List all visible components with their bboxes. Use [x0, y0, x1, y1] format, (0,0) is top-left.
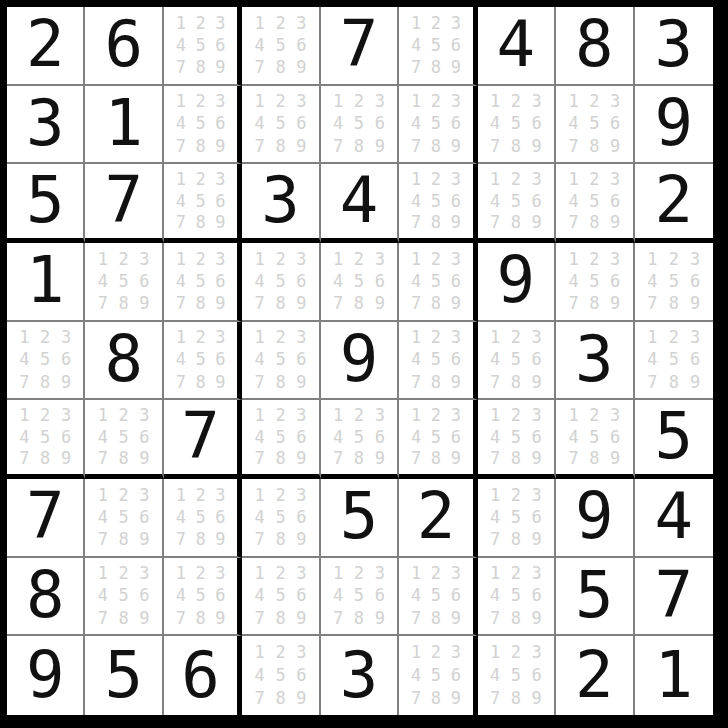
cell-r2c5[interactable]: 123456789	[321, 86, 399, 165]
pencil-mark-6: 6	[532, 509, 542, 526]
pencil-mark-3: 3	[296, 329, 306, 346]
pencil-mark-7: 7	[333, 610, 343, 627]
pencil-mark-8: 8	[431, 59, 441, 76]
pencil-mark-2: 2	[511, 93, 521, 110]
pencil-marks: 123456789	[556, 86, 632, 163]
pencil-mark-1: 1	[333, 251, 343, 268]
cell-r1c7[interactable]: 4	[478, 7, 556, 86]
pencil-mark-5: 5	[119, 587, 129, 604]
pencil-marks: 123456789	[164, 479, 237, 556]
pencil-mark-3: 3	[296, 15, 306, 32]
pencil-mark-2: 2	[431, 329, 441, 346]
pencil-mark-1: 1	[98, 407, 108, 424]
pencil-mark-1: 1	[333, 407, 343, 424]
cell-r9c3[interactable]: 6	[164, 636, 242, 715]
pencil-mark-4: 4	[176, 115, 186, 132]
pencil-mark-5: 5	[354, 429, 364, 446]
cell-r5c8[interactable]: 3	[556, 322, 634, 401]
cell-r2c4[interactable]: 123456789	[242, 86, 320, 165]
pencil-marks: 123456789	[321, 558, 397, 635]
pencil-mark-1: 1	[568, 407, 578, 424]
cell-r2c6[interactable]: 123456789	[399, 86, 477, 165]
pencil-marks: 123456789	[164, 7, 237, 84]
pencil-mark-1: 1	[490, 329, 500, 346]
pencil-marks: 123456789	[399, 86, 472, 163]
pencil-marks: 123456789	[478, 164, 554, 238]
pencil-mark-7: 7	[98, 295, 108, 312]
given-digit: 5	[655, 404, 694, 468]
pencil-mark-5: 5	[275, 37, 285, 54]
pencil-mark-9: 9	[215, 59, 225, 76]
given-digit: 8	[104, 327, 143, 391]
given-digit: 9	[340, 327, 379, 391]
pencil-mark-1: 1	[411, 15, 421, 32]
pencil-mark-5: 5	[195, 587, 205, 604]
pencil-mark-7: 7	[176, 531, 186, 548]
pencil-mark-8: 8	[275, 690, 285, 707]
pencil-mark-4: 4	[411, 351, 421, 368]
cell-r5c9[interactable]: 123456789	[635, 322, 713, 401]
pencil-mark-3: 3	[296, 93, 306, 110]
pencil-mark-1: 1	[255, 15, 265, 32]
pencil-mark-9: 9	[375, 138, 385, 155]
pencil-mark-7: 7	[98, 531, 108, 548]
cell-r3c6[interactable]: 123456789	[399, 164, 477, 243]
pencil-marks: 123456789	[635, 243, 713, 320]
pencil-mark-4: 4	[411, 37, 421, 54]
pencil-mark-4: 4	[490, 429, 500, 446]
pencil-mark-2: 2	[195, 565, 205, 582]
pencil-mark-7: 7	[176, 610, 186, 627]
cell-r4c1[interactable]: 1	[7, 243, 85, 322]
pencil-mark-4: 4	[19, 429, 29, 446]
pencil-mark-2: 2	[119, 565, 129, 582]
pencil-mark-7: 7	[490, 690, 500, 707]
pencil-mark-4: 4	[490, 667, 500, 684]
pencil-mark-8: 8	[431, 214, 441, 231]
given-digit: 3	[575, 327, 614, 391]
cell-r5c5[interactable]: 9	[321, 322, 399, 401]
pencil-mark-2: 2	[275, 15, 285, 32]
cell-r7c5[interactable]: 5	[321, 479, 399, 558]
pencil-mark-6: 6	[375, 115, 385, 132]
pencil-mark-6: 6	[61, 429, 71, 446]
cell-r4c5[interactable]: 123456789	[321, 243, 399, 322]
pencil-mark-2: 2	[195, 93, 205, 110]
pencil-mark-4: 4	[568, 115, 578, 132]
cell-r2c2[interactable]: 1	[85, 86, 163, 165]
cell-r1c4[interactable]: 123456789	[242, 7, 320, 86]
cell-r9c2[interactable]: 5	[85, 636, 163, 715]
pencil-mark-9: 9	[451, 610, 461, 627]
pencil-mark-6: 6	[215, 115, 225, 132]
pencil-mark-1: 1	[411, 407, 421, 424]
pencil-mark-8: 8	[589, 450, 599, 467]
pencil-mark-7: 7	[490, 214, 500, 231]
pencil-mark-1: 1	[411, 171, 421, 188]
pencil-mark-4: 4	[490, 193, 500, 210]
pencil-mark-4: 4	[333, 587, 343, 604]
cell-r4c6[interactable]: 123456789	[399, 243, 477, 322]
cell-r5c1[interactable]: 123456789	[7, 322, 85, 401]
cell-r8c9[interactable]: 7	[635, 558, 713, 637]
pencil-mark-7: 7	[255, 374, 265, 391]
cell-r7c3[interactable]: 123456789	[164, 479, 242, 558]
pencil-mark-6: 6	[451, 37, 461, 54]
pencil-mark-1: 1	[176, 15, 186, 32]
pencil-mark-3: 3	[451, 15, 461, 32]
pencil-marks: 123456789	[85, 479, 161, 556]
cell-r4c8[interactable]: 123456789	[556, 243, 634, 322]
pencil-mark-3: 3	[215, 251, 225, 268]
cell-r6c5[interactable]: 123456789	[321, 400, 399, 479]
pencil-mark-9: 9	[296, 531, 306, 548]
pencil-mark-5: 5	[431, 667, 441, 684]
cell-r8c7[interactable]: 123456789	[478, 558, 556, 637]
cell-r7c2[interactable]: 123456789	[85, 479, 163, 558]
cell-r9c7[interactable]: 123456789	[478, 636, 556, 715]
cell-r6c6[interactable]: 123456789	[399, 400, 477, 479]
pencil-mark-4: 4	[411, 667, 421, 684]
pencil-marks: 123456789	[242, 7, 318, 84]
pencil-mark-9: 9	[451, 59, 461, 76]
cell-r8c6[interactable]: 123456789	[399, 558, 477, 637]
pencil-mark-2: 2	[589, 171, 599, 188]
cell-r9c9[interactable]: 1	[635, 636, 713, 715]
pencil-mark-6: 6	[451, 587, 461, 604]
cell-r2c8[interactable]: 123456789	[556, 86, 634, 165]
pencil-mark-3: 3	[296, 565, 306, 582]
cell-r1c3[interactable]: 123456789	[164, 7, 242, 86]
given-digit: 3	[261, 168, 300, 232]
cell-r7c1[interactable]: 7	[7, 479, 85, 558]
pencil-marks: 123456789	[242, 479, 318, 556]
pencil-mark-7: 7	[411, 214, 421, 231]
pencil-mark-6: 6	[451, 193, 461, 210]
pencil-mark-2: 2	[119, 407, 129, 424]
pencil-mark-7: 7	[19, 374, 29, 391]
pencil-mark-8: 8	[431, 450, 441, 467]
pencil-marks: 123456789	[164, 243, 237, 320]
pencil-mark-6: 6	[139, 509, 149, 526]
cell-r3c3[interactable]: 123456789	[164, 164, 242, 243]
pencil-mark-1: 1	[176, 565, 186, 582]
pencil-marks: 123456789	[242, 243, 318, 320]
pencil-mark-2: 2	[354, 407, 364, 424]
pencil-mark-2: 2	[431, 171, 441, 188]
pencil-mark-6: 6	[690, 351, 700, 368]
pencil-marks: 123456789	[242, 400, 318, 474]
given-digit: 2	[575, 643, 614, 707]
cell-r1c1[interactable]: 2	[7, 7, 85, 86]
cell-r5c2[interactable]: 8	[85, 322, 163, 401]
pencil-mark-3: 3	[296, 487, 306, 504]
pencil-mark-7: 7	[568, 138, 578, 155]
pencil-mark-3: 3	[610, 251, 620, 268]
cell-r4c2[interactable]: 123456789	[85, 243, 163, 322]
pencil-marks: 123456789	[478, 558, 554, 635]
pencil-mark-7: 7	[411, 690, 421, 707]
pencil-mark-9: 9	[375, 610, 385, 627]
pencil-mark-8: 8	[195, 138, 205, 155]
pencil-mark-2: 2	[354, 565, 364, 582]
pencil-mark-3: 3	[375, 93, 385, 110]
cell-r9c8[interactable]: 2	[556, 636, 634, 715]
given-digit: 9	[655, 91, 694, 155]
cell-r2c3[interactable]: 123456789	[164, 86, 242, 165]
pencil-mark-8: 8	[354, 295, 364, 312]
pencil-mark-5: 5	[275, 429, 285, 446]
cell-r7c6[interactable]: 2	[399, 479, 477, 558]
cell-r8c1[interactable]: 8	[7, 558, 85, 637]
pencil-mark-8: 8	[431, 138, 441, 155]
pencil-mark-4: 4	[490, 351, 500, 368]
pencil-mark-5: 5	[589, 193, 599, 210]
cell-r1c6[interactable]: 123456789	[399, 7, 477, 86]
pencil-mark-8: 8	[275, 59, 285, 76]
cell-r8c3[interactable]: 123456789	[164, 558, 242, 637]
cell-r8c5[interactable]: 123456789	[321, 558, 399, 637]
pencil-mark-2: 2	[431, 565, 441, 582]
pencil-mark-4: 4	[98, 587, 108, 604]
pencil-mark-5: 5	[195, 115, 205, 132]
pencil-mark-1: 1	[98, 251, 108, 268]
cell-r1c2[interactable]: 6	[85, 7, 163, 86]
pencil-mark-2: 2	[275, 251, 285, 268]
pencil-mark-5: 5	[431, 351, 441, 368]
pencil-mark-4: 4	[333, 273, 343, 290]
cell-r9c1[interactable]: 9	[7, 636, 85, 715]
given-digit: 9	[497, 248, 536, 312]
pencil-mark-7: 7	[176, 138, 186, 155]
pencil-mark-1: 1	[98, 565, 108, 582]
pencil-mark-2: 2	[275, 93, 285, 110]
pencil-mark-4: 4	[255, 587, 265, 604]
pencil-mark-8: 8	[589, 138, 599, 155]
pencil-mark-1: 1	[411, 329, 421, 346]
pencil-mark-6: 6	[610, 429, 620, 446]
cell-r3c4[interactable]: 3	[242, 164, 320, 243]
pencil-mark-7: 7	[255, 450, 265, 467]
pencil-mark-1: 1	[255, 93, 265, 110]
pencil-mark-9: 9	[139, 531, 149, 548]
pencil-marks: 123456789	[556, 243, 632, 320]
cell-r2c9[interactable]: 9	[635, 86, 713, 165]
cell-r6c3[interactable]: 7	[164, 400, 242, 479]
pencil-mark-1: 1	[411, 565, 421, 582]
pencil-mark-2: 2	[195, 487, 205, 504]
pencil-mark-2: 2	[431, 93, 441, 110]
pencil-mark-9: 9	[451, 138, 461, 155]
cell-r4c7[interactable]: 9	[478, 243, 556, 322]
cell-r9c5[interactable]: 3	[321, 636, 399, 715]
cell-r1c8[interactable]: 8	[556, 7, 634, 86]
pencil-mark-9: 9	[532, 450, 542, 467]
pencil-mark-5: 5	[511, 193, 521, 210]
pencil-mark-6: 6	[532, 351, 542, 368]
pencil-mark-9: 9	[451, 690, 461, 707]
pencil-mark-1: 1	[647, 251, 657, 268]
given-digit: 8	[26, 563, 65, 627]
pencil-mark-6: 6	[375, 429, 385, 446]
pencil-mark-1: 1	[19, 407, 29, 424]
pencil-mark-6: 6	[690, 273, 700, 290]
pencil-mark-2: 2	[589, 407, 599, 424]
pencil-mark-5: 5	[669, 351, 679, 368]
pencil-mark-7: 7	[411, 295, 421, 312]
pencil-marks: 123456789	[7, 322, 83, 399]
pencil-mark-2: 2	[511, 565, 521, 582]
pencil-mark-3: 3	[451, 93, 461, 110]
pencil-mark-8: 8	[354, 450, 364, 467]
pencil-mark-7: 7	[568, 450, 578, 467]
pencil-mark-9: 9	[215, 374, 225, 391]
cell-r6c9[interactable]: 5	[635, 400, 713, 479]
pencil-mark-6: 6	[610, 115, 620, 132]
cell-r4c4[interactable]: 123456789	[242, 243, 320, 322]
cell-r7c7[interactable]: 123456789	[478, 479, 556, 558]
cell-r8c4[interactable]: 123456789	[242, 558, 320, 637]
pencil-mark-8: 8	[40, 374, 50, 391]
pencil-mark-4: 4	[490, 509, 500, 526]
pencil-mark-7: 7	[176, 295, 186, 312]
cell-r3c8[interactable]: 123456789	[556, 164, 634, 243]
pencil-mark-4: 4	[176, 193, 186, 210]
pencil-mark-5: 5	[195, 273, 205, 290]
pencil-mark-3: 3	[532, 565, 542, 582]
pencil-mark-6: 6	[215, 587, 225, 604]
pencil-mark-3: 3	[139, 565, 149, 582]
pencil-mark-7: 7	[255, 610, 265, 627]
pencil-mark-6: 6	[610, 193, 620, 210]
cell-r6c4[interactable]: 123456789	[242, 400, 320, 479]
pencil-mark-1: 1	[490, 407, 500, 424]
cell-r6c2[interactable]: 123456789	[85, 400, 163, 479]
pencil-mark-4: 4	[568, 429, 578, 446]
pencil-mark-2: 2	[431, 251, 441, 268]
pencil-mark-3: 3	[532, 171, 542, 188]
pencil-mark-3: 3	[61, 329, 71, 346]
pencil-marks: 123456789	[556, 164, 632, 238]
cell-r2c1[interactable]: 3	[7, 86, 85, 165]
pencil-mark-5: 5	[354, 115, 364, 132]
cell-r5c7[interactable]: 123456789	[478, 322, 556, 401]
cell-r7c9[interactable]: 4	[635, 479, 713, 558]
given-digit: 1	[655, 643, 694, 707]
cell-r8c8[interactable]: 5	[556, 558, 634, 637]
cell-r9c4[interactable]: 123456789	[242, 636, 320, 715]
pencil-mark-8: 8	[589, 295, 599, 312]
pencil-mark-1: 1	[176, 93, 186, 110]
pencil-mark-5: 5	[431, 115, 441, 132]
pencil-mark-9: 9	[296, 610, 306, 627]
pencil-mark-1: 1	[255, 329, 265, 346]
pencil-marks: 123456789	[164, 86, 237, 163]
pencil-mark-4: 4	[98, 509, 108, 526]
cell-r3c2[interactable]: 7	[85, 164, 163, 243]
cell-r7c8[interactable]: 9	[556, 479, 634, 558]
pencil-mark-9: 9	[215, 531, 225, 548]
pencil-marks: 123456789	[635, 322, 713, 399]
pencil-mark-1: 1	[98, 487, 108, 504]
cell-r6c1[interactable]: 123456789	[7, 400, 85, 479]
pencil-mark-4: 4	[647, 273, 657, 290]
pencil-mark-2: 2	[511, 407, 521, 424]
pencil-mark-8: 8	[275, 531, 285, 548]
pencil-mark-1: 1	[490, 644, 500, 661]
given-digit: 7	[26, 484, 65, 548]
pencil-mark-7: 7	[255, 138, 265, 155]
given-digit: 4	[655, 484, 694, 548]
pencil-mark-6: 6	[532, 667, 542, 684]
cell-r8c2[interactable]: 123456789	[85, 558, 163, 637]
pencil-mark-6: 6	[215, 273, 225, 290]
cell-r3c5[interactable]: 4	[321, 164, 399, 243]
pencil-mark-4: 4	[490, 587, 500, 604]
cell-r5c4[interactable]: 123456789	[242, 322, 320, 401]
cell-r6c7[interactable]: 123456789	[478, 400, 556, 479]
pencil-mark-4: 4	[411, 115, 421, 132]
cell-r3c7[interactable]: 123456789	[478, 164, 556, 243]
pencil-mark-1: 1	[490, 93, 500, 110]
pencil-mark-2: 2	[431, 644, 441, 661]
pencil-mark-5: 5	[40, 351, 50, 368]
pencil-mark-5: 5	[195, 193, 205, 210]
pencil-mark-7: 7	[568, 295, 578, 312]
cell-r7c4[interactable]: 123456789	[242, 479, 320, 558]
pencil-mark-8: 8	[195, 214, 205, 231]
pencil-mark-3: 3	[296, 644, 306, 661]
pencil-marks: 123456789	[242, 558, 318, 635]
pencil-mark-3: 3	[215, 171, 225, 188]
pencil-mark-5: 5	[431, 193, 441, 210]
cell-r4c3[interactable]: 123456789	[164, 243, 242, 322]
cell-r5c6[interactable]: 123456789	[399, 322, 477, 401]
pencil-mark-2: 2	[669, 329, 679, 346]
pencil-mark-5: 5	[275, 351, 285, 368]
pencil-mark-1: 1	[568, 171, 578, 188]
pencil-mark-7: 7	[411, 138, 421, 155]
cell-r5c3[interactable]: 123456789	[164, 322, 242, 401]
pencil-mark-8: 8	[669, 374, 679, 391]
cell-r2c7[interactable]: 123456789	[478, 86, 556, 165]
cell-r3c1[interactable]: 5	[7, 164, 85, 243]
cell-r6c8[interactable]: 123456789	[556, 400, 634, 479]
pencil-mark-7: 7	[411, 610, 421, 627]
given-digit: 7	[104, 168, 143, 232]
pencil-mark-7: 7	[411, 374, 421, 391]
pencil-mark-9: 9	[451, 374, 461, 391]
pencil-mark-1: 1	[411, 644, 421, 661]
pencil-mark-8: 8	[511, 690, 521, 707]
pencil-mark-8: 8	[40, 450, 50, 467]
given-digit: 6	[181, 643, 220, 707]
pencil-mark-5: 5	[511, 429, 521, 446]
cell-r4c9[interactable]: 123456789	[635, 243, 713, 322]
pencil-mark-2: 2	[669, 251, 679, 268]
pencil-mark-5: 5	[511, 667, 521, 684]
cell-r3c9[interactable]: 2	[635, 164, 713, 243]
cell-r1c5[interactable]: 7	[321, 7, 399, 86]
pencil-mark-2: 2	[40, 329, 50, 346]
given-digit: 2	[417, 484, 456, 548]
given-digit: 2	[26, 12, 65, 76]
cell-r1c9[interactable]: 3	[635, 7, 713, 86]
pencil-mark-6: 6	[296, 509, 306, 526]
pencil-mark-9: 9	[215, 610, 225, 627]
pencil-mark-8: 8	[119, 450, 129, 467]
cell-r9c6[interactable]: 123456789	[399, 636, 477, 715]
